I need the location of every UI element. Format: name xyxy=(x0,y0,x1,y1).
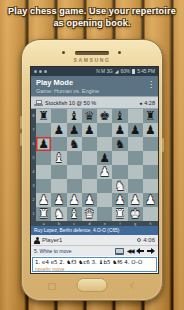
square-c6[interactable]: ♞ xyxy=(67,137,82,151)
network-indicators: N M 3G xyxy=(96,69,113,74)
square-b6[interactable] xyxy=(51,137,66,151)
battery-percent: 60% xyxy=(121,69,131,74)
piece-black-a8[interactable]: ♜ xyxy=(38,110,49,122)
piece-black-d8[interactable]: ♛ xyxy=(84,110,95,122)
status-bar: N M 3G ◢ 60% 5:45 PM xyxy=(31,67,158,76)
square-d8[interactable]: ♛ xyxy=(82,109,97,123)
piece-white-c2[interactable]: ♟ xyxy=(69,194,80,206)
square-g1[interactable]: ♚ xyxy=(128,207,143,221)
square-c2[interactable]: ♟ xyxy=(67,193,82,207)
engine-label: Stockfish 10 @ 50 % xyxy=(45,100,96,106)
square-a7[interactable] xyxy=(36,123,51,137)
square-d3[interactable] xyxy=(82,179,97,193)
player-icon xyxy=(34,237,40,244)
square-h6[interactable] xyxy=(143,137,158,151)
piece-white-a1[interactable]: ♜ xyxy=(38,208,49,220)
square-f8[interactable]: ♝ xyxy=(112,109,127,123)
engine-clock-icon: ● xyxy=(139,100,142,106)
piece-white-d2[interactable]: ♟ xyxy=(84,194,95,206)
piece-white-f1[interactable]: ♜ xyxy=(114,208,125,220)
square-h4[interactable] xyxy=(143,165,158,179)
piece-white-d1[interactable]: ♛ xyxy=(84,208,95,220)
notification-icon xyxy=(44,70,47,73)
square-c1[interactable]: ♝ xyxy=(67,207,82,221)
square-d5[interactable] xyxy=(82,151,97,165)
square-e2[interactable] xyxy=(97,193,112,207)
piece-black-h7[interactable]: ♟ xyxy=(145,124,156,136)
square-a6[interactable]: ♟ xyxy=(36,137,51,151)
square-f2[interactable]: ♟ xyxy=(112,193,127,207)
square-a8[interactable]: ♜ xyxy=(36,109,51,123)
proximity-sensor xyxy=(118,51,121,54)
square-e8[interactable]: ♚ xyxy=(97,109,112,123)
square-a5[interactable] xyxy=(36,151,51,165)
square-e3[interactable] xyxy=(97,179,112,193)
piece-white-g1[interactable]: ♚ xyxy=(130,208,141,220)
square-g5[interactable] xyxy=(128,151,143,165)
square-g6[interactable] xyxy=(128,137,143,151)
square-g4[interactable] xyxy=(128,165,143,179)
square-b3[interactable] xyxy=(51,179,66,193)
piece-white-b5[interactable]: ♝ xyxy=(53,152,64,164)
back-move-button[interactable] xyxy=(136,248,144,254)
phone-frame: SAMSUNG N M 3G ◢ 60% 5:45 PM Play Mode G… xyxy=(21,39,163,301)
engine-clock: 4:28 xyxy=(144,100,155,106)
battery-icon xyxy=(132,69,135,74)
square-e6[interactable] xyxy=(97,137,112,151)
square-d2[interactable]: ♟ xyxy=(82,193,97,207)
square-f7[interactable]: ♟ xyxy=(112,123,127,137)
rewind-button[interactable]: ◀◀ xyxy=(127,248,133,254)
power-button[interactable] xyxy=(162,138,164,152)
app-title-bar: Play Mode Game: Human vs. Engine ⋮ xyxy=(31,76,158,96)
piece-black-f7[interactable]: ♟ xyxy=(114,124,125,136)
moves-panel[interactable]: 1. e4 e5 2. ♞f3 ♞c6 3. ♝b5 ♞f6 4. O-O no… xyxy=(32,257,157,272)
square-c3[interactable] xyxy=(67,179,82,193)
caption-line1: Play chess game. Use your repertoire xyxy=(0,5,184,17)
volume-down-button[interactable] xyxy=(20,133,22,146)
player-name: Player1 xyxy=(42,237,62,243)
notification-icon xyxy=(34,70,37,73)
piece-black-c6[interactable]: ♞ xyxy=(69,138,80,150)
square-g7[interactable]: ♟ xyxy=(128,123,143,137)
square-e5[interactable]: ♟ xyxy=(97,151,112,165)
square-f1[interactable]: ♜ xyxy=(112,207,127,221)
square-f3[interactable]: ♞ xyxy=(112,179,127,193)
piece-white-c1[interactable]: ♝ xyxy=(69,208,80,220)
opening-name-bar: Ruy Lopez, Berlin defence, 4.O-O (C65) xyxy=(31,226,158,235)
back-button[interactable] xyxy=(130,282,137,289)
piece-white-b1[interactable]: ♞ xyxy=(53,208,64,220)
square-a1[interactable]: ♜ xyxy=(36,207,51,221)
piece-black-a6[interactable]: ♟ xyxy=(38,138,49,150)
square-b7[interactable]: ♟ xyxy=(51,123,66,137)
square-h1[interactable] xyxy=(143,207,158,221)
square-f4[interactable] xyxy=(112,165,127,179)
moves-list[interactable]: 1. e4 e5 2. ♞f3 ♞c6 3. ♝b5 ♞f6 4. O-O xyxy=(35,259,154,266)
square-d1[interactable]: ♛ xyxy=(82,207,97,221)
earpiece-speaker xyxy=(75,51,109,55)
piece-black-f8[interactable]: ♝ xyxy=(114,110,125,122)
square-g8[interactable] xyxy=(128,109,143,123)
engine-analysis-button[interactable] xyxy=(115,248,124,255)
caption-line2: as opening book. xyxy=(0,17,184,29)
engine-icon xyxy=(34,100,43,106)
square-c5[interactable] xyxy=(67,151,82,165)
square-d7[interactable]: ♟ xyxy=(82,123,97,137)
control-row: 5. White to move ◀◀ xyxy=(31,246,158,256)
piece-white-e4[interactable]: ♟ xyxy=(99,166,110,178)
square-b5[interactable]: ♝ xyxy=(51,151,66,165)
piece-black-f6[interactable]: ♞ xyxy=(114,138,125,150)
square-h2[interactable]: ♟ xyxy=(143,193,158,207)
engine-row[interactable]: Stockfish 10 @ 50 % ● 4:28 xyxy=(31,96,158,109)
phone-screen: N M 3G ◢ 60% 5:45 PM Play Mode Game: Hum… xyxy=(31,67,158,273)
player-clock-icon xyxy=(137,238,141,242)
square-d4[interactable] xyxy=(82,165,97,179)
piece-white-h2[interactable]: ♟ xyxy=(145,194,156,206)
piece-white-a2[interactable]: ♟ xyxy=(38,194,49,206)
piece-white-f2[interactable]: ♟ xyxy=(114,194,125,206)
square-d6[interactable] xyxy=(82,137,97,151)
move-status: 5. White to move xyxy=(34,248,72,254)
square-h8[interactable]: ♜ xyxy=(143,109,158,123)
square-h3[interactable] xyxy=(143,179,158,193)
recents-button[interactable] xyxy=(48,283,56,290)
piece-black-g7[interactable]: ♟ xyxy=(130,124,141,136)
square-g3[interactable] xyxy=(128,179,143,193)
page-subtitle: Game: Human vs. Engine xyxy=(36,88,158,94)
overflow-menu-icon[interactable]: ⋮ xyxy=(147,80,155,89)
square-a2[interactable]: ♟ xyxy=(36,193,51,207)
piece-black-e5[interactable]: ♟ xyxy=(99,152,110,164)
signal-icon: ◢ xyxy=(115,69,119,74)
chess-board[interactable]: 8♜♝♛♚♝♜7♟♟♟♟♟♟6♟♞♞5♝♟4♟3♞2♟♟♟♟♟♟♟1♜♞♝♛♜♚… xyxy=(31,109,158,226)
piece-black-e8[interactable]: ♚ xyxy=(99,110,110,122)
square-b2[interactable]: ♟ xyxy=(51,193,66,207)
promo-caption: Play chess game. Use your repertoire as … xyxy=(0,5,184,29)
clock-time: 5:45 PM xyxy=(137,69,155,74)
samsung-logo: SAMSUNG xyxy=(22,57,162,63)
notification-icon xyxy=(39,70,42,73)
square-e1[interactable] xyxy=(97,207,112,221)
square-g2[interactable]: ♟ xyxy=(128,193,143,207)
piece-white-g2[interactable]: ♟ xyxy=(130,194,141,206)
square-h5[interactable] xyxy=(143,151,158,165)
square-a3[interactable] xyxy=(36,179,51,193)
piece-black-b7[interactable]: ♟ xyxy=(53,124,64,136)
square-e7[interactable] xyxy=(97,123,112,137)
square-e4[interactable]: ♟ xyxy=(97,165,112,179)
square-c7[interactable]: ♟ xyxy=(67,123,82,137)
square-f5[interactable] xyxy=(112,151,127,165)
square-c4[interactable] xyxy=(67,165,82,179)
square-b8[interactable] xyxy=(51,109,66,123)
piece-black-c8[interactable]: ♝ xyxy=(69,110,80,122)
piece-black-h8[interactable]: ♜ xyxy=(145,110,156,122)
player-clock: 4:06 xyxy=(143,237,155,243)
piece-white-b2[interactable]: ♟ xyxy=(53,194,64,206)
piece-black-d7[interactable]: ♟ xyxy=(84,124,95,136)
forward-move-button[interactable] xyxy=(147,248,155,254)
player-row[interactable]: Player1 4:06 xyxy=(31,235,158,246)
square-a4[interactable] xyxy=(36,165,51,179)
square-f6[interactable]: ♞ xyxy=(112,137,127,151)
piece-white-f3[interactable]: ♞ xyxy=(114,180,125,192)
front-camera xyxy=(62,51,65,54)
page-title: Play Mode xyxy=(36,78,158,87)
square-h7[interactable]: ♟ xyxy=(143,123,158,137)
piece-black-c7[interactable]: ♟ xyxy=(69,124,80,136)
home-button[interactable] xyxy=(77,278,108,292)
square-b4[interactable] xyxy=(51,165,66,179)
square-b1[interactable]: ♞ xyxy=(51,207,66,221)
volume-up-button[interactable] xyxy=(20,116,22,129)
square-c8[interactable]: ♝ xyxy=(67,109,82,123)
